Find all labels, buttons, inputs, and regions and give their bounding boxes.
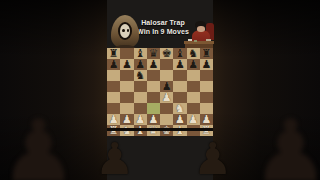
chess-board: ♜♝♛♚♝♞♜♟♟♟♟♟♟♟♞♟♟♞♟♟♟♟♟♟♟♜♞♝♛♚♝♜: [107, 48, 213, 128]
square-c4: [134, 92, 147, 103]
piece-black-pawn-a7: ♟: [109, 59, 119, 70]
desk-item-icon: [194, 40, 197, 42]
death-eye-icon: [127, 29, 130, 32]
square-c6: ♞: [134, 70, 147, 81]
square-d6: [147, 70, 160, 81]
piece-white-pawn-g2: ♟: [188, 114, 198, 125]
square-h6: [200, 70, 213, 81]
square-g5: [187, 81, 200, 92]
square-h5: [200, 81, 213, 92]
square-h7: ♟: [200, 59, 213, 70]
blurred-background-left-bar: ♟: [0, 0, 110, 180]
piece-white-pawn-e4: ♟: [162, 92, 172, 103]
square-f6: [173, 70, 186, 81]
devil-face: [197, 26, 205, 32]
square-g2: ♟: [187, 114, 200, 125]
piece-black-king-e8: ♚: [162, 48, 172, 59]
desk-paper-icon: [206, 39, 211, 41]
video-thumbnail[interactable]: ♟ ♟ Halosar Trap Win In 9 Moves: [0, 0, 320, 180]
square-h4: [200, 92, 213, 103]
square-b4: [120, 92, 133, 103]
square-a5: [107, 81, 120, 92]
square-a4: [107, 92, 120, 103]
desk-paper-icon: [188, 39, 192, 41]
piece-black-pawn-d7: ♟: [148, 59, 158, 70]
square-g7: ♟: [187, 59, 200, 70]
piece-black-pawn-g7: ♟: [188, 59, 198, 70]
piece-black-pawn-f7: ♟: [175, 59, 185, 70]
square-b5: [120, 81, 133, 92]
blurred-pawn-icon: ♟: [0, 108, 77, 180]
piece-black-knight-c6: ♞: [135, 70, 145, 81]
square-a7: ♟: [107, 59, 120, 70]
pawn-silhouette-icon: ♟: [95, 137, 134, 180]
blurred-pawn-icon: ♟: [252, 108, 320, 180]
square-d5: [147, 81, 160, 92]
video-frame: Halosar Trap Win In 9 Moves ♜♝♛♚♝♞♜♟♟♟♟♟…: [107, 0, 213, 180]
board-bottom-shadow: [107, 128, 213, 131]
square-f5: [173, 81, 186, 92]
square-g6: [187, 70, 200, 81]
death-eye-icon: [122, 29, 125, 32]
square-e4: ♟: [160, 92, 173, 103]
square-e3: [160, 103, 173, 114]
square-f7: ♟: [173, 59, 186, 70]
square-d4: [147, 92, 160, 103]
pawn-silhouette-icon: ♟: [193, 137, 232, 180]
square-e7: [160, 59, 173, 70]
square-g4: [187, 92, 200, 103]
square-a6: [107, 70, 120, 81]
piece-black-pawn-b7: ♟: [122, 59, 132, 70]
square-e8: ♚: [160, 48, 173, 59]
devil-character: [184, 21, 214, 50]
square-b7: ♟: [120, 59, 133, 70]
square-b6: [120, 70, 133, 81]
square-d7: ♟: [147, 59, 160, 70]
piece-black-pawn-h7: ♟: [201, 59, 211, 70]
square-c5: [134, 81, 147, 92]
